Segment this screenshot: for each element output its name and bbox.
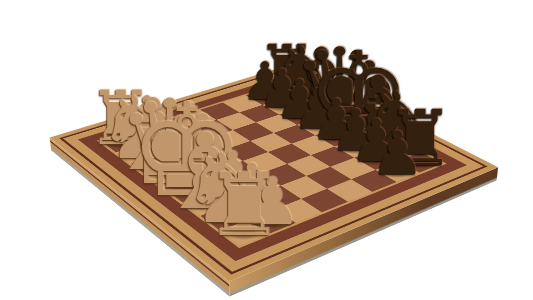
- chess-scene: ♜♟♞♟♝♟♛♟♚♟♟♝♜♟♟♞♞♟♟♜♝♟♟♛♟♚♟♝♟♞♟♜: [0, 0, 533, 300]
- board-3d-scene: [0, 0, 533, 300]
- chess-board: [50, 63, 498, 281]
